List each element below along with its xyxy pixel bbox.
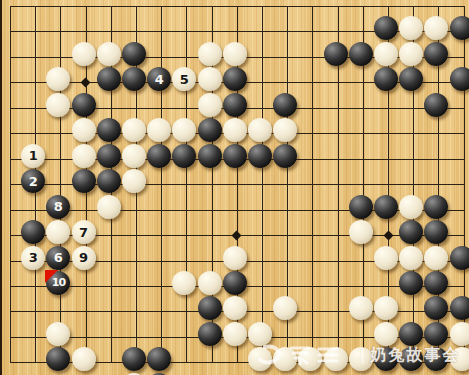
white-stone-17-9 — [399, 195, 423, 219]
black-stone-7-4: 4 — [147, 67, 171, 91]
move-number: 9 — [79, 251, 88, 264]
white-stone-15-13 — [349, 296, 373, 320]
white-stone-4-10: 7 — [72, 220, 96, 244]
black-stone-15-3 — [349, 42, 373, 66]
grid-hline — [10, 6, 465, 7]
black-stone-18-14 — [424, 322, 448, 346]
black-stone-12-5 — [273, 93, 297, 117]
white-stone-9-4 — [198, 67, 222, 91]
white-stone-16-3 — [374, 42, 398, 66]
star-point — [232, 230, 242, 240]
white-stone-16-14 — [374, 322, 398, 346]
black-stone-2-8: 2 — [21, 169, 45, 193]
white-stone-3-4 — [46, 67, 70, 91]
move-number: 7 — [79, 226, 88, 239]
white-stone-5-3 — [97, 42, 121, 66]
black-stone-2-10 — [21, 220, 45, 244]
white-stone-10-3 — [223, 42, 247, 66]
black-stone-18-12 — [424, 271, 448, 295]
white-stone-6-6 — [122, 118, 146, 142]
white-stone-7-6 — [147, 118, 171, 142]
black-stone-6-3 — [122, 42, 146, 66]
go-board[interactable]: 45128736910 | 奶兔故事会 — [0, 0, 469, 375]
black-stone-16-2 — [374, 16, 398, 40]
star-point — [383, 230, 393, 240]
move-number: 8 — [54, 200, 63, 213]
star-point — [81, 77, 91, 87]
black-stone-9-14 — [198, 322, 222, 346]
white-stone-4-15 — [72, 347, 96, 371]
white-stone-4-11: 9 — [72, 246, 96, 270]
black-stone-18-3 — [424, 42, 448, 66]
black-stone-7-15 — [147, 347, 171, 371]
white-stone-4-7 — [72, 144, 96, 168]
white-stone-3-10 — [46, 220, 70, 244]
white-stone-9-12 — [198, 271, 222, 295]
white-stone-17-3 — [399, 42, 423, 66]
white-stone-17-11 — [399, 246, 423, 270]
black-stone-18-13 — [424, 296, 448, 320]
black-stone-4-8 — [72, 169, 96, 193]
black-stone-5-7 — [97, 144, 121, 168]
black-stone-17-14 — [399, 322, 423, 346]
black-stone-3-11: 6 — [46, 246, 70, 270]
watermark-logo-icon — [251, 344, 355, 366]
black-stone-19-2 — [450, 16, 469, 40]
white-stone-8-6 — [172, 118, 196, 142]
move-number: 6 — [54, 251, 63, 264]
white-stone-2-11: 3 — [21, 246, 45, 270]
black-stone-19-4 — [450, 67, 469, 91]
black-stone-19-11 — [450, 246, 469, 270]
black-stone-16-9 — [374, 195, 398, 219]
move-number: 1 — [29, 149, 38, 162]
black-stone-4-5 — [72, 93, 96, 117]
black-stone-16-4 — [374, 67, 398, 91]
white-stone-4-6 — [72, 118, 96, 142]
white-stone-9-5 — [198, 93, 222, 117]
black-stone-5-4 — [97, 67, 121, 91]
white-stone-3-14 — [46, 322, 70, 346]
white-stone-11-14 — [248, 322, 272, 346]
black-stone-7-7 — [147, 144, 171, 168]
white-stone-10-6 — [223, 118, 247, 142]
black-stone-17-10 — [399, 220, 423, 244]
black-stone-3-9: 8 — [46, 195, 70, 219]
black-stone-14-3 — [324, 42, 348, 66]
black-stone-5-6 — [97, 118, 121, 142]
white-stone-17-2 — [399, 16, 423, 40]
board-left-edge — [0, 0, 2, 375]
black-stone-10-5 — [223, 93, 247, 117]
white-stone-10-14 — [223, 322, 247, 346]
white-stone-6-8 — [122, 169, 146, 193]
white-stone-16-13 — [374, 296, 398, 320]
white-stone-18-11 — [424, 246, 448, 270]
white-stone-3-5 — [46, 93, 70, 117]
white-stone-16-11 — [374, 246, 398, 270]
last-move-red-triangle-marker — [45, 270, 58, 283]
black-stone-10-7 — [223, 144, 247, 168]
black-stone-19-13 — [450, 296, 469, 320]
black-stone-10-12 — [223, 271, 247, 295]
black-stone-5-8 — [97, 169, 121, 193]
black-stone-15-9 — [349, 195, 373, 219]
black-stone-9-6 — [198, 118, 222, 142]
white-stone-5-9 — [97, 195, 121, 219]
black-stone-9-13 — [198, 296, 222, 320]
watermark-text: 奶兔故事会 — [370, 345, 460, 366]
white-stone-12-13 — [273, 296, 297, 320]
white-stone-18-2 — [424, 16, 448, 40]
black-stone-10-4 — [223, 67, 247, 91]
move-number: 3 — [29, 251, 38, 264]
move-number: 4 — [155, 73, 164, 86]
black-stone-17-12 — [399, 271, 423, 295]
black-stone-11-7 — [248, 144, 272, 168]
black-stone-17-4 — [399, 67, 423, 91]
black-stone-18-5 — [424, 93, 448, 117]
white-stone-15-10 — [349, 220, 373, 244]
white-stone-10-11 — [223, 246, 247, 270]
black-stone-3-15 — [46, 347, 70, 371]
white-stone-10-13 — [223, 296, 247, 320]
white-stone-4-3 — [72, 42, 96, 66]
move-number: 5 — [180, 73, 189, 86]
white-stone-6-7 — [122, 144, 146, 168]
white-stone-9-3 — [198, 42, 222, 66]
white-stone-8-4: 5 — [172, 67, 196, 91]
black-stone-18-9 — [424, 195, 448, 219]
watermark: | 奶兔故事会 — [251, 344, 460, 366]
black-stone-8-7 — [172, 144, 196, 168]
black-stone-12-7 — [273, 144, 297, 168]
white-stone-2-7: 1 — [21, 144, 45, 168]
white-stone-19-14 — [450, 322, 469, 346]
black-stone-6-15 — [122, 347, 146, 371]
black-stone-6-4 — [122, 67, 146, 91]
black-stone-18-10 — [424, 220, 448, 244]
white-stone-12-6 — [273, 118, 297, 142]
move-number: 2 — [29, 175, 38, 188]
white-stone-11-6 — [248, 118, 272, 142]
black-stone-9-7 — [198, 144, 222, 168]
watermark-separator: | — [360, 347, 365, 363]
white-stone-8-12 — [172, 271, 196, 295]
